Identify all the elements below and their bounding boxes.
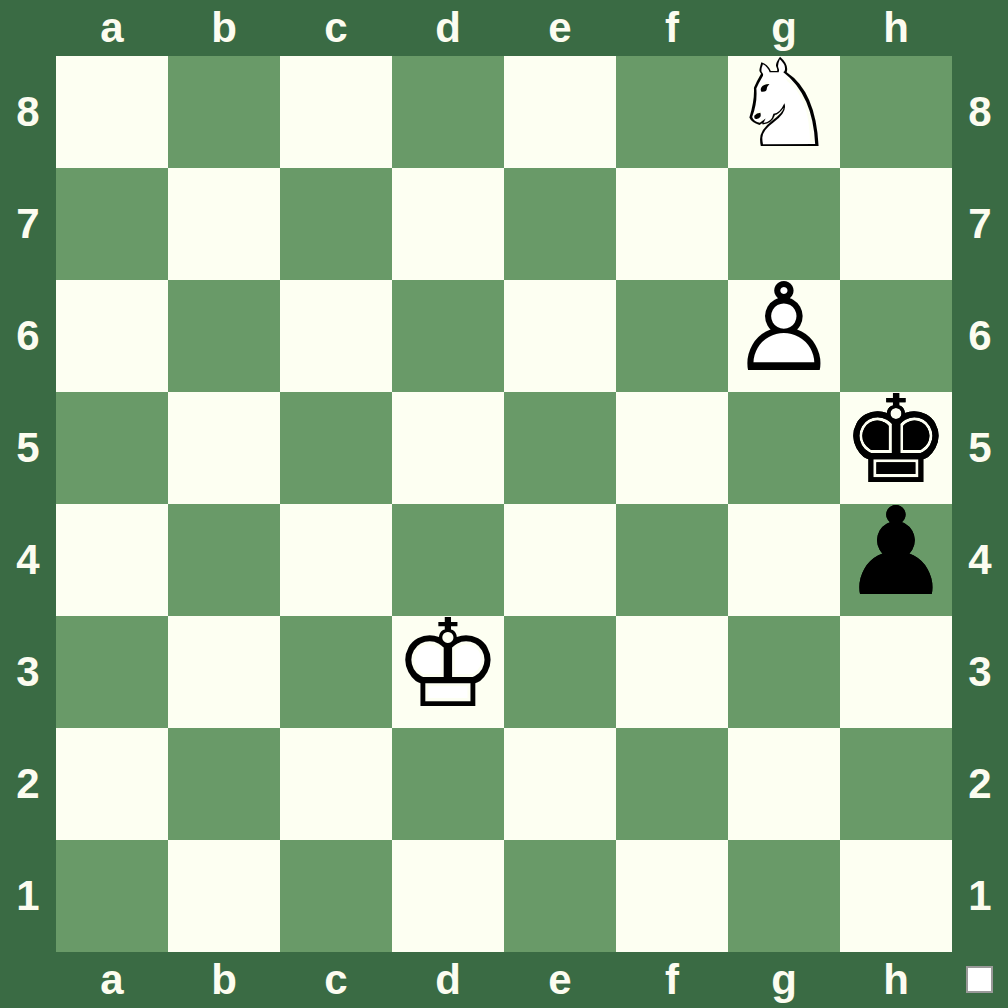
square-h7[interactable] [840, 168, 952, 280]
file-label-top-h: h [840, 0, 952, 56]
square-f7[interactable] [616, 168, 728, 280]
rank-label-left-8: 8 [0, 56, 56, 168]
square-f5[interactable] [616, 392, 728, 504]
square-e8[interactable] [504, 56, 616, 168]
rank-label-left-3: 3 [0, 616, 56, 728]
piece-white-knight: ♞♘ [728, 56, 840, 168]
square-d3[interactable]: ♚♔ [392, 616, 504, 728]
square-h4[interactable]: ♟♟ [840, 504, 952, 616]
piece-white-king: ♚♔ [392, 616, 504, 728]
square-b3[interactable] [168, 616, 280, 728]
white-knight-outline-glyph: ♘ [728, 40, 840, 168]
square-b1[interactable] [168, 840, 280, 952]
square-e2[interactable] [504, 728, 616, 840]
square-g4[interactable] [728, 504, 840, 616]
file-label-top-b: b [168, 0, 280, 56]
file-label-bottom-f: f [616, 952, 728, 1008]
rank-label-right-5: 5 [952, 392, 1008, 504]
rank-label-right-3: 3 [952, 616, 1008, 728]
file-label-top-d: d [392, 0, 504, 56]
rank-label-right-6: 6 [952, 280, 1008, 392]
square-d2[interactable] [392, 728, 504, 840]
file-label-bottom-e: e [504, 952, 616, 1008]
file-label-top-a: a [56, 0, 168, 56]
piece-white-pawn: ♟♙ [728, 280, 840, 392]
square-g2[interactable] [728, 728, 840, 840]
square-a5[interactable] [56, 392, 168, 504]
square-h1[interactable] [840, 840, 952, 952]
square-g3[interactable] [728, 616, 840, 728]
rank-label-right-2: 2 [952, 728, 1008, 840]
rank-label-right-1: 1 [952, 840, 1008, 952]
rank-label-left-4: 4 [0, 504, 56, 616]
square-g6[interactable]: ♟♙ [728, 280, 840, 392]
square-c5[interactable] [280, 392, 392, 504]
square-b2[interactable] [168, 728, 280, 840]
square-d7[interactable] [392, 168, 504, 280]
square-e3[interactable] [504, 616, 616, 728]
rank-label-left-2: 2 [0, 728, 56, 840]
rank-label-right-7: 7 [952, 168, 1008, 280]
square-a4[interactable] [56, 504, 168, 616]
chess-board-frame: abcdefgh abcdefgh 87654321 87654321 ♞♘♟♙… [0, 0, 1008, 1008]
square-f2[interactable] [616, 728, 728, 840]
file-label-bottom-b: b [168, 952, 280, 1008]
rank-label-left-6: 6 [0, 280, 56, 392]
chess-board: ♞♘♟♙♚♚♟♟♚♔ [56, 56, 952, 952]
square-a8[interactable] [56, 56, 168, 168]
file-label-top-c: c [280, 0, 392, 56]
side-to-move-indicator [966, 966, 993, 993]
square-h3[interactable] [840, 616, 952, 728]
square-f3[interactable] [616, 616, 728, 728]
square-a6[interactable] [56, 280, 168, 392]
file-label-top-f: f [616, 0, 728, 56]
square-a1[interactable] [56, 840, 168, 952]
rank-label-right-4: 4 [952, 504, 1008, 616]
file-label-top-e: e [504, 0, 616, 56]
square-g5[interactable] [728, 392, 840, 504]
square-c6[interactable] [280, 280, 392, 392]
square-g8[interactable]: ♞♘ [728, 56, 840, 168]
rank-label-right-8: 8 [952, 56, 1008, 168]
square-b5[interactable] [168, 392, 280, 504]
square-e6[interactable] [504, 280, 616, 392]
square-b6[interactable] [168, 280, 280, 392]
square-b8[interactable] [168, 56, 280, 168]
rank-label-left-5: 5 [0, 392, 56, 504]
square-e5[interactable] [504, 392, 616, 504]
square-c7[interactable] [280, 168, 392, 280]
file-label-bottom-a: a [56, 952, 168, 1008]
square-g1[interactable] [728, 840, 840, 952]
file-label-bottom-g: g [728, 952, 840, 1008]
black-pawn-outline-glyph: ♟ [840, 488, 952, 616]
square-e4[interactable] [504, 504, 616, 616]
file-label-bottom-h: h [840, 952, 952, 1008]
square-a3[interactable] [56, 616, 168, 728]
white-pawn-outline-glyph: ♙ [728, 264, 840, 392]
square-f8[interactable] [616, 56, 728, 168]
rank-label-left-7: 7 [0, 168, 56, 280]
rank-label-left-1: 1 [0, 840, 56, 952]
square-d1[interactable] [392, 840, 504, 952]
square-c2[interactable] [280, 728, 392, 840]
square-d6[interactable] [392, 280, 504, 392]
square-a7[interactable] [56, 168, 168, 280]
square-h8[interactable] [840, 56, 952, 168]
square-c4[interactable] [280, 504, 392, 616]
square-e7[interactable] [504, 168, 616, 280]
square-b7[interactable] [168, 168, 280, 280]
square-f6[interactable] [616, 280, 728, 392]
square-c1[interactable] [280, 840, 392, 952]
square-d8[interactable] [392, 56, 504, 168]
square-h2[interactable] [840, 728, 952, 840]
white-king-outline-glyph: ♔ [392, 600, 504, 728]
square-b4[interactable] [168, 504, 280, 616]
square-c3[interactable] [280, 616, 392, 728]
piece-black-pawn: ♟♟ [840, 504, 952, 616]
file-label-bottom-c: c [280, 952, 392, 1008]
rank-labels-left: 87654321 [0, 56, 56, 952]
square-f1[interactable] [616, 840, 728, 952]
square-d5[interactable] [392, 392, 504, 504]
file-labels-bottom: abcdefgh [56, 952, 952, 1008]
rank-labels-right: 87654321 [952, 56, 1008, 952]
square-a2[interactable] [56, 728, 168, 840]
square-f4[interactable] [616, 504, 728, 616]
square-e1[interactable] [504, 840, 616, 952]
file-label-bottom-d: d [392, 952, 504, 1008]
square-c8[interactable] [280, 56, 392, 168]
